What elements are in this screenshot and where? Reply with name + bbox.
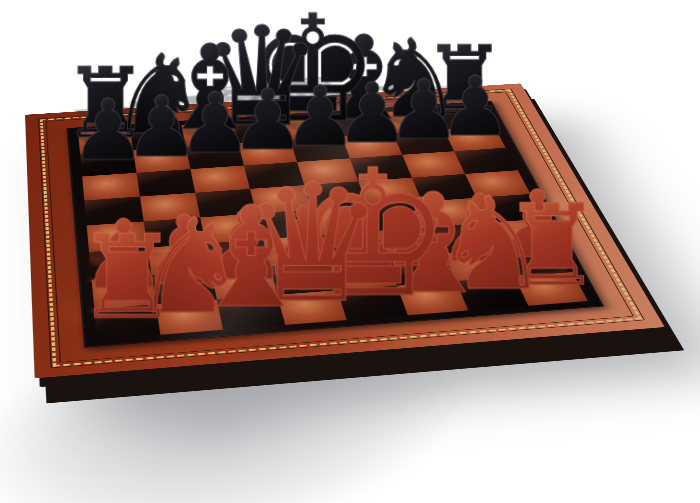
product-photo-scene: ♜♜♞♞♝♝♛♛♚♚♝♝♞♞♜♜♟♟♟♟♟♟♟♟♟♟♟♟♟♟♟♟♟♟♟♟♟♟♟♟… [0, 0, 700, 503]
piece-glyph: ♟ [22, 89, 194, 173]
chess-board: ♜♜♞♞♝♝♛♛♚♚♝♝♞♞♜♜♟♟♟♟♟♟♟♟♟♟♟♟♟♟♟♟♟♟♟♟♟♟♟♟… [25, 83, 665, 378]
piece-glyph: ♜ [27, 220, 227, 336]
